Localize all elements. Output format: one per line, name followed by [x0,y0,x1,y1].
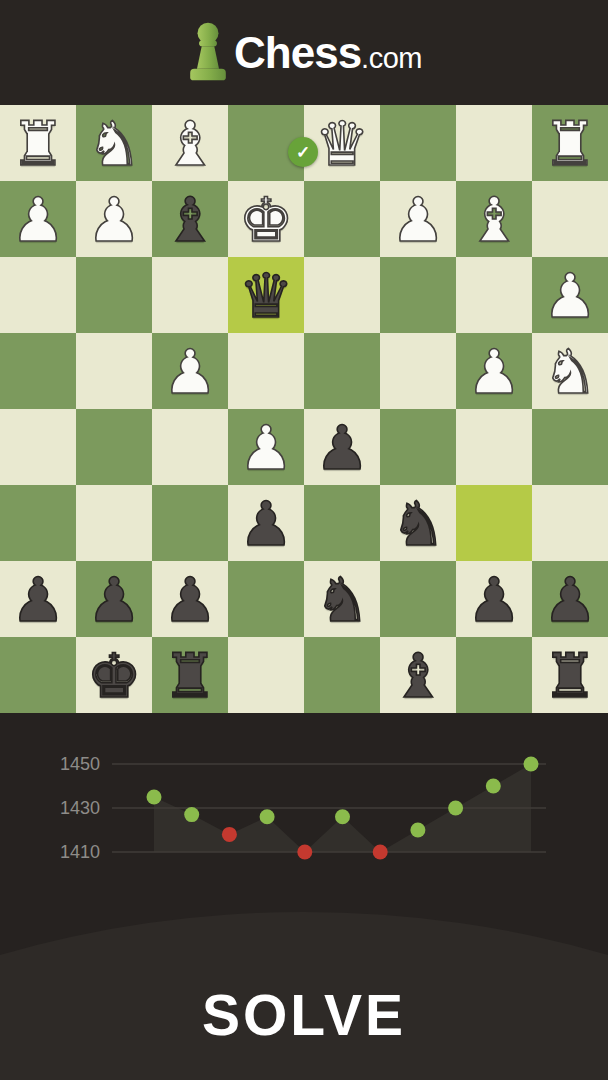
black-pawn-d5: ♟ [304,409,380,485]
solve-button[interactable]: SOLVE [0,982,608,1048]
chesscom-pawn-icon [186,20,230,82]
square-d3[interactable] [304,257,380,333]
square-b5[interactable] [456,409,532,485]
white-rook-h1: ♜ [0,105,76,181]
rating-point-2-up [184,807,199,822]
square-d7[interactable]: ♞ [304,561,380,637]
white-knight-g1: ♞ [76,105,152,181]
square-a7[interactable]: ♟ [532,561,608,637]
square-e7[interactable] [228,561,304,637]
square-f4[interactable]: ♟ [152,333,228,409]
black-pawn-b7: ♟ [456,561,532,637]
black-rook-f8: ♜ [152,637,228,713]
square-g8[interactable]: ♚ [76,637,152,713]
square-h8[interactable] [0,637,76,713]
square-b2[interactable]: ♝ [456,181,532,257]
square-g3[interactable] [76,257,152,333]
square-f2[interactable]: ♝ [152,181,228,257]
square-f1[interactable]: ♝ [152,105,228,181]
white-pawn-b4: ♟ [456,333,532,409]
white-bishop-f1: ♝ [152,105,228,181]
black-queen-e3: ♛ [228,257,304,333]
y-tick-1410: 1410 [60,842,100,862]
black-king-g8: ♚ [76,637,152,713]
square-b3[interactable] [456,257,532,333]
square-d4[interactable] [304,333,380,409]
white-knight-a4: ♞ [532,333,608,409]
rating-point-5-down [297,845,312,860]
square-g2[interactable]: ♟ [76,181,152,257]
square-c1[interactable] [380,105,456,181]
square-c2[interactable]: ♟ [380,181,456,257]
square-c5[interactable] [380,409,456,485]
correct-move-check-icon: ✓ [288,137,318,167]
square-d2[interactable] [304,181,380,257]
square-d8[interactable] [304,637,380,713]
square-f5[interactable] [152,409,228,485]
square-h1[interactable]: ♜ [0,105,76,181]
square-f3[interactable] [152,257,228,333]
white-pawn-c2: ♟ [380,181,456,257]
square-e4[interactable] [228,333,304,409]
square-h7[interactable]: ♟ [0,561,76,637]
rating-point-7-down [373,845,388,860]
square-e6[interactable]: ♟ [228,485,304,561]
rating-point-9-up [448,801,463,816]
black-knight-c6: ♞ [380,485,456,561]
white-bishop-b2: ♝ [456,181,532,257]
brand-suffix-text: .com [361,42,422,75]
square-a4[interactable]: ♞ [532,333,608,409]
y-tick-1430: 1430 [60,798,100,818]
white-pawn-a3: ♟ [532,257,608,333]
black-rook-a8: ♜ [532,637,608,713]
square-g7[interactable]: ♟ [76,561,152,637]
square-b6[interactable] [456,485,532,561]
square-a8[interactable]: ♜ [532,637,608,713]
chesscom-logo: Chess .com [186,24,422,82]
rating-point-1-up [147,790,162,805]
square-g4[interactable] [76,333,152,409]
y-tick-1450: 1450 [60,754,100,774]
square-c6[interactable]: ♞ [380,485,456,561]
square-f7[interactable]: ♟ [152,561,228,637]
white-pawn-f4: ♟ [152,333,228,409]
square-e8[interactable] [228,637,304,713]
white-king-e2: ♚ [228,181,304,257]
rating-point-10-up [486,779,501,794]
rating-point-8-up [410,823,425,838]
white-pawn-g2: ♟ [76,181,152,257]
black-knight-d7: ♞ [304,561,380,637]
black-pawn-e6: ♟ [228,485,304,561]
square-h6[interactable] [0,485,76,561]
app-header: Chess .com [0,0,608,105]
black-pawn-f7: ♟ [152,561,228,637]
square-e5[interactable]: ♟ [228,409,304,485]
white-pawn-h2: ♟ [0,181,76,257]
rating-point-6-up [335,809,350,824]
square-c7[interactable] [380,561,456,637]
square-h4[interactable] [0,333,76,409]
square-g5[interactable] [76,409,152,485]
square-b7[interactable]: ♟ [456,561,532,637]
white-rook-a1: ♜ [532,105,608,181]
square-a6[interactable] [532,485,608,561]
square-a5[interactable] [532,409,608,485]
square-b8[interactable] [456,637,532,713]
square-h3[interactable] [0,257,76,333]
brand-main-text: Chess [234,28,361,78]
black-pawn-h7: ♟ [0,561,76,637]
black-pawn-a7: ♟ [532,561,608,637]
rating-chart: 145014301410 [0,704,608,880]
square-a1[interactable]: ♜ [532,105,608,181]
square-c3[interactable] [380,257,456,333]
square-a2[interactable] [532,181,608,257]
square-c8[interactable]: ♝ [380,637,456,713]
brand-wordmark: Chess .com [234,28,422,78]
square-a3[interactable]: ♟ [532,257,608,333]
rating-point-3-down [222,827,237,842]
square-d5[interactable]: ♟ [304,409,380,485]
black-bishop-c8: ♝ [380,637,456,713]
chess-board: ♜♞♝♛♜♟♟♝♚♟♝♛♟♟♟♞♟♟♟♞♟♟♟♞♟♟♚♜♝♜ [0,105,608,713]
square-h2[interactable]: ♟ [0,181,76,257]
square-g6[interactable] [76,485,152,561]
rating-point-4-up [260,809,275,824]
square-f6[interactable] [152,485,228,561]
square-g1[interactable]: ♞ [76,105,152,181]
square-d6[interactable] [304,485,380,561]
square-b4[interactable]: ♟ [456,333,532,409]
square-f8[interactable]: ♜ [152,637,228,713]
black-bishop-f2: ♝ [152,181,228,257]
square-h5[interactable] [0,409,76,485]
black-pawn-g7: ♟ [76,561,152,637]
square-e3[interactable]: ♛ [228,257,304,333]
square-b1[interactable] [456,105,532,181]
white-pawn-e5: ♟ [228,409,304,485]
square-c4[interactable] [380,333,456,409]
square-e2[interactable]: ♚ [228,181,304,257]
rating-point-11-up [524,757,539,772]
